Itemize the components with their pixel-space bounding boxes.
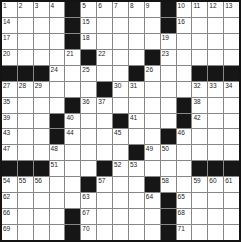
clue-number-71: 71 [178,225,185,232]
white-cell-r9c8[interactable]: 45 [113,129,128,144]
white-cell-r7c15[interactable] [224,98,239,113]
clue-number-29: 29 [35,82,42,89]
white-cell-r7c10[interactable] [145,98,160,113]
white-cell-r1c3[interactable]: 3 [34,2,49,17]
white-cell-r13c10[interactable]: 64 [145,193,160,208]
white-cell-r7c3[interactable] [34,98,49,113]
black-cell-r4c6 [81,50,96,65]
clue-number-3: 3 [35,2,39,9]
white-cell-r12c4[interactable] [50,177,65,192]
white-cell-r12c7[interactable]: 57 [97,177,112,192]
clue-number-59: 59 [193,177,200,184]
white-cell-r6c5[interactable] [65,82,80,97]
white-cell-r6c11[interactable] [161,82,176,97]
white-cell-r2c8[interactable] [113,18,128,33]
white-cell-r12c14[interactable]: 60 [208,177,223,192]
white-cell-r13c14[interactable] [208,193,223,208]
clue-number-53: 53 [130,161,137,168]
white-cell-r3c3[interactable] [34,34,49,49]
white-cell-r4c14[interactable] [208,50,223,65]
white-cell-r13c6[interactable]: 63 [81,193,96,208]
clue-number-65: 65 [178,193,185,200]
clue-number-1: 1 [3,2,7,9]
black-cell-r11c15 [224,161,239,176]
clue-number-66: 66 [3,209,10,216]
black-cell-r5c14 [208,66,223,81]
clue-number-25: 25 [82,66,89,73]
clue-number-40: 40 [66,114,73,121]
clue-number-16: 16 [178,18,185,25]
white-cell-r3c8[interactable] [113,34,128,49]
white-cell-r2c12[interactable]: 16 [177,18,192,33]
clue-number-48: 48 [51,145,58,152]
white-cell-r8c1[interactable]: 39 [2,114,17,129]
black-cell-r10c9 [129,145,144,160]
black-cell-r8c12 [177,114,192,129]
black-cell-r11c13 [192,161,207,176]
white-cell-r1c10[interactable]: 9 [145,2,160,17]
white-cell-r4c4[interactable] [50,50,65,65]
white-cell-r7c13[interactable]: 38 [192,98,207,113]
clue-number-64: 64 [146,193,153,200]
white-cell-r13c3[interactable] [34,193,49,208]
clue-number-61: 61 [225,177,232,184]
white-cell-r14c12[interactable]: 68 [177,209,192,224]
white-cell-r4c5[interactable]: 21 [65,50,80,65]
black-cell-r9c11 [161,129,176,144]
white-cell-r15c15[interactable] [224,225,239,240]
white-cell-r11c6[interactable] [81,161,96,176]
clue-number-55: 55 [19,177,26,184]
white-cell-r8c13[interactable]: 42 [192,114,207,129]
white-cell-r13c13[interactable] [192,193,207,208]
clue-number-4: 4 [51,2,55,9]
white-cell-r8c11[interactable] [161,114,176,129]
white-cell-r5c8[interactable] [113,66,128,81]
white-cell-r10c14[interactable] [208,145,223,160]
white-cell-r13c8[interactable] [113,193,128,208]
white-cell-r3c2[interactable] [18,34,33,49]
clue-number-70: 70 [82,225,89,232]
white-cell-r7c2[interactable] [18,98,33,113]
clue-number-5: 5 [82,2,86,9]
white-cell-r6c3[interactable]: 29 [34,82,49,97]
white-cell-r8c15[interactable] [224,114,239,129]
clue-number-54: 54 [3,177,10,184]
white-cell-r13c15[interactable] [224,193,239,208]
white-cell-r6c10[interactable] [145,82,160,97]
white-cell-r3c1[interactable]: 17 [2,34,17,49]
clue-number-8: 8 [130,2,134,9]
black-cell-r8c4 [50,114,65,129]
black-cell-r14c5 [65,209,80,224]
clue-number-52: 52 [114,161,121,168]
white-cell-r1c4[interactable]: 4 [50,2,65,17]
clue-number-34: 34 [225,82,232,89]
white-cell-r1c6[interactable]: 5 [81,2,96,17]
white-cell-r7c6[interactable]: 36 [81,98,96,113]
white-cell-r7c1[interactable]: 35 [2,98,17,113]
clue-number-42: 42 [193,114,200,121]
clue-number-35: 35 [3,98,10,105]
black-cell-r12c6 [81,177,96,192]
white-cell-r5c10[interactable]: 26 [145,66,160,81]
clue-number-26: 26 [146,66,153,73]
white-cell-r8c6[interactable] [81,114,96,129]
black-cell-r1c5 [65,2,80,17]
clue-number-14: 14 [3,18,10,25]
white-cell-r3c10[interactable] [145,34,160,49]
clue-number-30: 30 [114,82,121,89]
clue-number-39: 39 [3,114,10,121]
white-cell-r3c13[interactable] [192,34,207,49]
white-cell-r1c9[interactable]: 8 [129,2,144,17]
clue-number-62: 62 [3,193,10,200]
white-cell-r9c7[interactable] [97,129,112,144]
white-cell-r15c9[interactable] [129,225,144,240]
white-cell-r15c10[interactable] [145,225,160,240]
white-cell-r6c8[interactable]: 30 [113,82,128,97]
white-cell-r9c5[interactable]: 44 [65,129,80,144]
clue-number-49: 49 [146,145,153,152]
white-cell-r3c11[interactable]: 19 [161,34,176,49]
white-cell-r4c2[interactable] [18,50,33,65]
white-cell-r1c2[interactable]: 2 [18,2,33,17]
white-cell-r13c4[interactable] [50,193,65,208]
white-cell-r11c9[interactable]: 53 [129,161,144,176]
white-cell-r8c10[interactable] [145,114,160,129]
clue-number-63: 63 [82,193,89,200]
white-cell-r1c8[interactable]: 7 [113,2,128,17]
white-cell-r4c9[interactable] [129,50,144,65]
black-cell-r4c10 [145,50,160,65]
clue-number-51: 51 [51,161,58,168]
clue-number-19: 19 [162,34,169,41]
clue-number-12: 12 [209,2,216,9]
white-cell-r13c5[interactable] [65,193,80,208]
white-cell-r14c8[interactable] [113,209,128,224]
black-cell-r5c3 [34,66,49,81]
white-cell-r15c4[interactable] [50,225,65,240]
clue-number-46: 46 [178,129,185,136]
white-cell-r6c9[interactable]: 31 [129,82,144,97]
white-cell-r12c8[interactable] [113,177,128,192]
white-cell-r6c12[interactable] [177,82,192,97]
white-cell-r3c7[interactable] [97,34,112,49]
black-cell-r11c14 [208,161,223,176]
white-cell-r13c7[interactable] [97,193,112,208]
white-cell-r15c7[interactable] [97,225,112,240]
white-cell-r14c3[interactable] [34,209,49,224]
clue-number-20: 20 [3,50,10,57]
white-cell-r12c9[interactable] [129,177,144,192]
black-cell-r9c4 [50,129,65,144]
white-cell-r2c10[interactable] [145,18,160,33]
white-cell-r1c14[interactable]: 12 [208,2,223,17]
white-cell-r3c12[interactable] [177,34,192,49]
white-cell-r3c6[interactable]: 18 [81,34,96,49]
white-cell-r15c2[interactable] [18,225,33,240]
white-cell-r10c4[interactable]: 48 [50,145,65,160]
white-cell-r14c1[interactable]: 66 [2,209,17,224]
clue-number-45: 45 [114,129,121,136]
white-cell-r10c3[interactable] [34,145,49,160]
white-cell-r3c15[interactable] [224,34,239,49]
black-cell-r8c8 [113,114,128,129]
white-cell-r3c4[interactable] [50,34,65,49]
black-cell-r5c9 [129,66,144,81]
white-cell-r7c14[interactable] [208,98,223,113]
white-cell-r14c2[interactable] [18,209,33,224]
white-cell-r9c13[interactable] [192,129,207,144]
clue-number-13: 13 [225,2,232,9]
white-cell-r6c14[interactable]: 33 [208,82,223,97]
white-cell-r15c6[interactable]: 70 [81,225,96,240]
white-cell-r2c15[interactable] [224,18,239,33]
clue-number-9: 9 [146,2,150,9]
black-cell-r7c5 [65,98,80,113]
white-cell-r12c1[interactable]: 54 [2,177,17,192]
black-cell-r6c7 [97,82,112,97]
black-cell-r5c15 [224,66,239,81]
white-cell-r5c11[interactable] [161,66,176,81]
white-cell-r8c14[interactable] [208,114,223,129]
white-cell-r10c1[interactable]: 47 [2,145,17,160]
white-cell-r12c3[interactable]: 56 [34,177,49,192]
white-cell-r5c5[interactable] [65,66,80,81]
white-cell-r1c15[interactable]: 13 [224,2,239,17]
white-cell-r2c3[interactable] [34,18,49,33]
white-cell-r12c2[interactable]: 55 [18,177,33,192]
white-cell-r4c15[interactable] [224,50,239,65]
white-cell-r11c10[interactable] [145,161,160,176]
black-cell-r12c10 [145,177,160,192]
white-cell-r2c1[interactable]: 14 [2,18,17,33]
white-cell-r14c4[interactable] [50,209,65,224]
black-cell-r11c3 [34,161,49,176]
black-cell-r5c13 [192,66,207,81]
white-cell-r9c1[interactable]: 43 [2,129,17,144]
white-cell-r13c9[interactable] [129,193,144,208]
clue-number-60: 60 [209,177,216,184]
white-cell-r15c12[interactable]: 71 [177,225,192,240]
white-cell-r5c6[interactable]: 25 [81,66,96,81]
clue-number-33: 33 [209,82,216,89]
white-cell-r12c15[interactable]: 61 [224,177,239,192]
white-cell-r4c1[interactable]: 20 [2,50,17,65]
white-cell-r10c2[interactable] [18,145,33,160]
clue-number-41: 41 [130,114,137,121]
white-cell-r8c7[interactable] [97,114,112,129]
black-cell-r7c12 [177,98,192,113]
white-cell-r2c6[interactable]: 15 [81,18,96,33]
clue-number-15: 15 [82,18,89,25]
white-cell-r10c13[interactable] [192,145,207,160]
white-cell-r1c13[interactable]: 11 [192,2,207,17]
white-cell-r14c9[interactable] [129,209,144,224]
black-cell-r15c5 [65,225,80,240]
clue-number-23: 23 [162,50,169,57]
white-cell-r7c4[interactable] [50,98,65,113]
white-cell-r14c15[interactable] [224,209,239,224]
white-cell-r6c2[interactable]: 28 [18,82,33,97]
white-cell-r2c2[interactable] [18,18,33,33]
white-cell-r2c13[interactable] [192,18,207,33]
white-cell-r4c11[interactable]: 23 [161,50,176,65]
black-cell-r14c11 [161,209,176,224]
white-cell-r10c15[interactable] [224,145,239,160]
clue-number-57: 57 [98,177,105,184]
white-cell-r4c13[interactable] [192,50,207,65]
white-cell-r6c1[interactable]: 27 [2,82,17,97]
white-cell-r7c11[interactable] [161,98,176,113]
white-cell-r9c14[interactable] [208,129,223,144]
white-cell-r11c4[interactable]: 51 [50,161,65,176]
clue-number-6: 6 [98,2,102,9]
clue-number-56: 56 [35,177,42,184]
clue-number-21: 21 [66,50,73,57]
clue-number-37: 37 [98,98,105,105]
white-cell-r10c5[interactable] [65,145,80,160]
white-cell-r12c11[interactable]: 58 [161,177,176,192]
white-cell-r12c12[interactable] [177,177,192,192]
white-cell-r13c1[interactable]: 62 [2,193,17,208]
white-cell-r2c14[interactable] [208,18,223,33]
black-cell-r11c2 [18,161,33,176]
white-cell-r10c8[interactable] [113,145,128,160]
white-cell-r2c7[interactable] [97,18,112,33]
clue-number-27: 27 [3,82,10,89]
white-cell-r4c7[interactable]: 22 [97,50,112,65]
white-cell-r7c7[interactable]: 37 [97,98,112,113]
clue-number-24: 24 [51,66,58,73]
clue-number-7: 7 [114,2,118,9]
white-cell-r4c12[interactable] [177,50,192,65]
clue-number-17: 17 [3,34,10,41]
white-cell-r10c12[interactable] [177,145,192,160]
clue-number-28: 28 [19,82,26,89]
white-cell-r11c12[interactable] [177,161,192,176]
clue-number-50: 50 [162,145,169,152]
white-cell-r13c12[interactable]: 65 [177,193,192,208]
white-cell-r1c1[interactable]: 1 [2,2,17,17]
white-cell-r9c6[interactable] [81,129,96,144]
white-cell-r15c8[interactable] [113,225,128,240]
clue-number-31: 31 [130,82,137,89]
clue-number-69: 69 [3,225,10,232]
white-cell-r4c3[interactable] [34,50,49,65]
white-cell-r13c2[interactable] [18,193,33,208]
white-cell-r14c7[interactable] [97,209,112,224]
black-cell-r5c2 [18,66,33,81]
white-cell-r14c13[interactable] [192,209,207,224]
white-cell-r10c11[interactable]: 50 [161,145,176,160]
white-cell-r9c15[interactable] [224,129,239,144]
black-cell-r15c11 [161,225,176,240]
white-cell-r2c9[interactable] [129,18,144,33]
black-cell-r13c11 [161,193,176,208]
white-cell-r10c7[interactable] [97,145,112,160]
white-cell-r6c15[interactable]: 34 [224,82,239,97]
white-cell-r14c14[interactable] [208,209,223,224]
white-cell-r6c13[interactable]: 32 [192,82,207,97]
white-cell-r1c12[interactable]: 10 [177,2,192,17]
clue-number-32: 32 [193,82,200,89]
white-cell-r5c4[interactable]: 24 [50,66,65,81]
black-cell-r2c5 [65,18,80,33]
clue-number-67: 67 [82,209,89,216]
black-cell-r1c11 [161,2,176,17]
clue-number-11: 11 [193,2,200,9]
black-cell-r11c7 [97,161,112,176]
white-cell-r15c14[interactable] [208,225,223,240]
clue-number-22: 22 [98,50,105,57]
clue-number-43: 43 [3,129,10,136]
white-cell-r10c6[interactable] [81,145,96,160]
white-cell-r9c2[interactable] [18,129,33,144]
clue-number-18: 18 [82,34,89,41]
white-cell-r9c10[interactable] [145,129,160,144]
white-cell-r8c5[interactable]: 40 [65,114,80,129]
black-cell-r2c11 [161,18,176,33]
clue-number-44: 44 [66,129,73,136]
white-cell-r5c7[interactable] [97,66,112,81]
white-cell-r10c10[interactable]: 49 [145,145,160,160]
white-cell-r3c14[interactable] [208,34,223,49]
black-cell-r11c1 [2,161,17,176]
white-cell-r5c12[interactable] [177,66,192,81]
white-cell-r3c9[interactable] [129,34,144,49]
clue-number-38: 38 [193,98,200,105]
black-cell-r3c5 [65,34,80,49]
white-cell-r12c5[interactable] [65,177,80,192]
crossword-grid: 1234567891011121314151617181920212223242… [0,0,241,242]
clue-number-2: 2 [19,2,23,9]
black-cell-r5c1 [2,66,17,81]
white-cell-r7c8[interactable] [113,98,128,113]
clue-number-47: 47 [3,145,10,152]
clue-number-10: 10 [178,2,185,9]
white-cell-r15c1[interactable]: 69 [2,225,17,240]
white-cell-r11c11[interactable] [161,161,176,176]
clue-number-68: 68 [178,209,185,216]
white-cell-r1c7[interactable]: 6 [97,2,112,17]
white-cell-r11c8[interactable]: 52 [113,161,128,176]
white-cell-r11c5[interactable] [65,161,80,176]
white-cell-r9c9[interactable] [129,129,144,144]
clue-number-36: 36 [82,98,89,105]
white-cell-r14c10[interactable] [145,209,160,224]
white-cell-r4c8[interactable] [113,50,128,65]
clue-number-58: 58 [162,177,169,184]
white-cell-r7c9[interactable] [129,98,144,113]
white-cell-r9c3[interactable] [34,129,49,144]
white-cell-r9c12[interactable]: 46 [177,129,192,144]
white-cell-r8c3[interactable] [34,114,49,129]
white-cell-r14c6[interactable]: 67 [81,209,96,224]
white-cell-r8c2[interactable] [18,114,33,129]
white-cell-r15c3[interactable] [34,225,49,240]
white-cell-r12c13[interactable]: 59 [192,177,207,192]
white-cell-r8c9[interactable]: 41 [129,114,144,129]
white-cell-r15c13[interactable] [192,225,207,240]
white-cell-r2c4[interactable] [50,18,65,33]
white-cell-r6c6[interactable] [81,82,96,97]
white-cell-r6c4[interactable] [50,82,65,97]
